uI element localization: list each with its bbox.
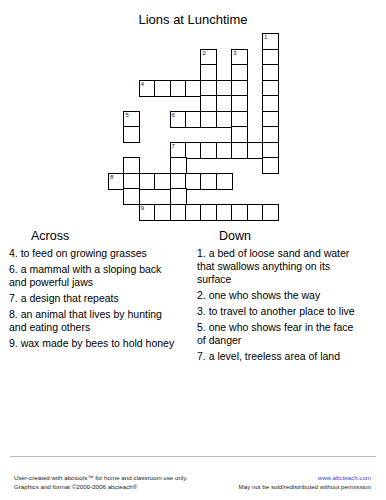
down-clue-5: 5. one who shows fear in the face of dan… — [197, 321, 381, 347]
across-header: Across — [31, 229, 189, 243]
grid-cell-r9c7[interactable] — [216, 173, 233, 190]
clue-number-5: 5 — [125, 112, 128, 119]
across-clues: Across 4. to feed on growing grasses 6. … — [9, 229, 189, 366]
down-clue-2: 2. one who shows the way — [197, 289, 381, 302]
clue-number-8: 8 — [110, 174, 113, 181]
clue-number-7: 7 — [172, 143, 175, 150]
footer-usage-note: User-created with abctools™ for home and… — [14, 474, 188, 483]
clue-number-6: 6 — [172, 112, 175, 119]
down-clue-3: 3. to travel to another place to live — [197, 305, 381, 318]
footer-copyright: Graphics and format ©2000-2006 abcteach® — [14, 483, 188, 492]
clue-number-9: 9 — [141, 205, 144, 212]
across-clue-6: 6. a mammal with a sloping back and powe… — [9, 263, 189, 289]
clue-number-4: 4 — [141, 81, 144, 88]
clue-number-2: 2 — [202, 50, 205, 57]
footer-left: User-created with abctools™ for home and… — [14, 474, 188, 491]
down-clue-1: 1. a bed of loose sand and water that sw… — [197, 247, 381, 286]
clues-section: Across 4. to feed on growing grasses 6. … — [9, 229, 381, 366]
grid-cell-r6c1[interactable] — [123, 126, 140, 143]
footer-website-link[interactable]: www.abcteach.com — [239, 474, 371, 483]
grid-cell-r8c10[interactable] — [262, 157, 279, 174]
footer-right: www.abcteach.com May not be sold/redistr… — [239, 474, 371, 491]
across-clue-8: 8. an animal that lives by hunting and e… — [9, 308, 189, 334]
across-clue-4: 4. to feed on growing grasses — [9, 247, 189, 260]
across-clue-9: 9. wax made by bees to hold honey — [9, 337, 189, 350]
down-clue-7: 7. a level, treeless area of land — [197, 350, 381, 363]
across-clue-7: 7. a design that repeats — [9, 292, 189, 305]
footer: User-created with abctools™ for home and… — [14, 474, 371, 491]
down-header: Down — [219, 229, 381, 243]
down-clues: Down 1. a bed of loose sand and water th… — [197, 229, 381, 366]
worksheet-page: Lions at Lunchtime 123456789 Across 4. t… — [0, 0, 386, 500]
grid-cell-r11c10[interactable] — [262, 204, 279, 221]
footer-divider — [10, 456, 376, 457]
clue-number-1: 1 — [264, 34, 267, 41]
footer-permission-note: May not be sold/redistributed without pe… — [239, 483, 371, 492]
clue-number-3: 3 — [233, 50, 236, 57]
